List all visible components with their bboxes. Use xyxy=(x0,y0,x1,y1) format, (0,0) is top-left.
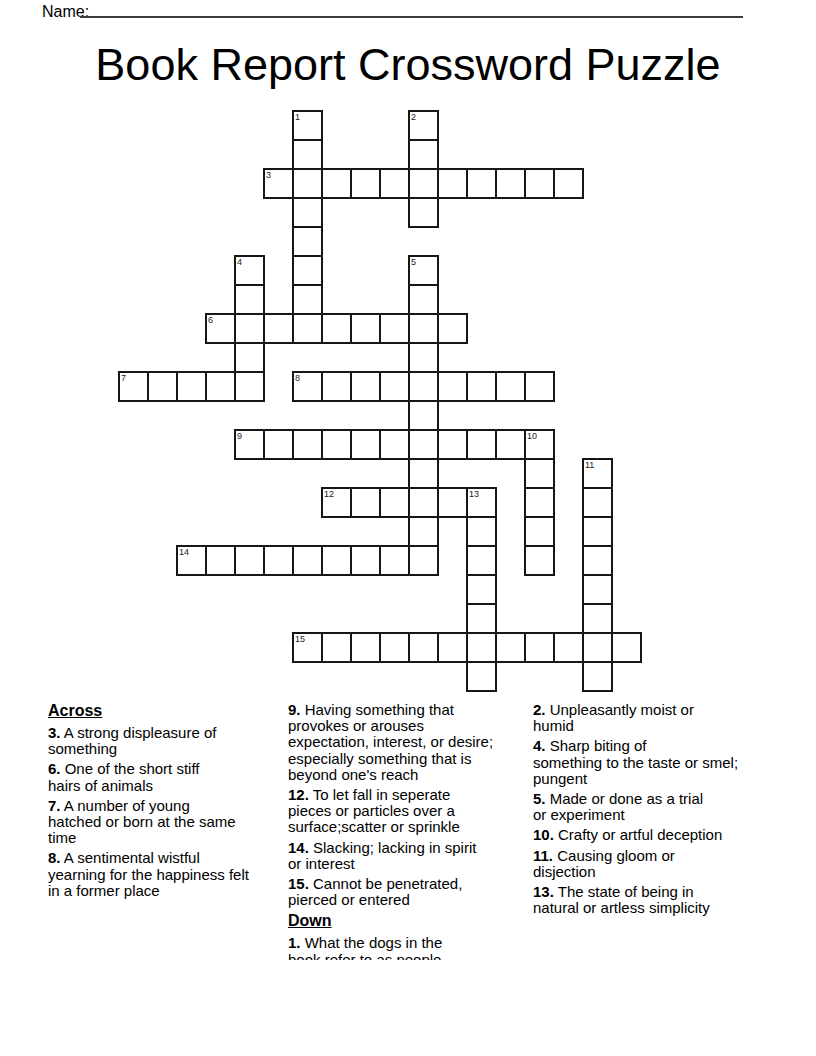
grid-cell-r19c16[interactable] xyxy=(582,661,613,692)
clue-down-11: 11. Causing gloom ordisjection xyxy=(533,848,793,880)
grid-cell-r18c13[interactable] xyxy=(495,632,526,663)
grid-cell-r12c14[interactable] xyxy=(524,458,555,489)
grid-cell-r9c2[interactable] xyxy=(176,371,207,402)
grid-cell-r11c6[interactable] xyxy=(292,429,323,460)
page-title: Book Report Crossword Puzzle xyxy=(0,40,816,90)
grid-cell-r3c10[interactable] xyxy=(408,197,439,228)
crossword-grid: 123456789101112131415 xyxy=(118,110,642,692)
clue-down-1: 1. What the dogs in thebook refer to as … xyxy=(288,935,531,960)
grid-cell-r18c14[interactable] xyxy=(524,632,555,663)
clue-across-9: 9. Having something thatprovokes or arou… xyxy=(288,702,531,783)
grid-cell-r7c9[interactable] xyxy=(379,313,410,344)
grid-cell-r18c11[interactable] xyxy=(437,632,468,663)
grid-clue-number-1: 1 xyxy=(295,112,300,122)
grid-cell-r13c9[interactable] xyxy=(379,487,410,518)
grid-cell-r6c6[interactable] xyxy=(292,284,323,315)
grid-clue-number-5: 5 xyxy=(411,257,416,267)
grid-cell-r18c7[interactable] xyxy=(321,632,352,663)
grid-cell-r16c16[interactable] xyxy=(582,574,613,605)
grid-cell-r18c6[interactable]: 15 xyxy=(292,632,323,663)
down-heading: Down xyxy=(288,912,531,930)
grid-cell-r15c10[interactable] xyxy=(408,545,439,576)
grid-cell-r18c15[interactable] xyxy=(553,632,584,663)
grid-cell-r18c10[interactable] xyxy=(408,632,439,663)
clue-across-14: 14. Slacking; lacking in spiritor intere… xyxy=(288,840,531,872)
grid-cell-r18c16[interactable] xyxy=(582,632,613,663)
clue-column-2: 9. Having something thatprovokes or arou… xyxy=(288,702,531,960)
grid-cell-r9c10[interactable] xyxy=(408,371,439,402)
clue-number-label: 6. xyxy=(48,760,61,777)
grid-cell-r0c6[interactable]: 1 xyxy=(292,110,323,141)
clue-down-5: 5. Made or done as a trialor experiment xyxy=(533,791,793,823)
grid-clue-number-9: 9 xyxy=(237,431,242,441)
grid-cell-r9c1[interactable] xyxy=(147,371,178,402)
grid-cell-r5c10[interactable]: 5 xyxy=(408,255,439,286)
grid-cell-r2c8[interactable] xyxy=(350,168,381,199)
grid-cell-r11c10[interactable] xyxy=(408,429,439,460)
grid-cell-r7c8[interactable] xyxy=(350,313,381,344)
grid-cell-r14c10[interactable] xyxy=(408,516,439,547)
grid-cell-r9c7[interactable] xyxy=(321,371,352,402)
grid-cell-r7c4[interactable] xyxy=(234,313,265,344)
grid-cell-r11c4[interactable]: 9 xyxy=(234,429,265,460)
grid-cell-r15c16[interactable] xyxy=(582,545,613,576)
grid-cell-r15c4[interactable] xyxy=(234,545,265,576)
grid-cell-r2c14[interactable] xyxy=(524,168,555,199)
grid-cell-r11c5[interactable] xyxy=(263,429,294,460)
grid-cell-r9c8[interactable] xyxy=(350,371,381,402)
grid-cell-r6c4[interactable] xyxy=(234,284,265,315)
grid-cell-r18c8[interactable] xyxy=(350,632,381,663)
grid-cell-r5c6[interactable] xyxy=(292,255,323,286)
clue-down-10: 10. Crafty or artful deception xyxy=(533,827,793,843)
clue-number-label: 9. xyxy=(288,701,301,718)
clue-column-1: Across3. A strong displeasure ofsomethin… xyxy=(48,702,286,903)
grid-cell-r11c11[interactable] xyxy=(437,429,468,460)
grid-clue-number-2: 2 xyxy=(411,112,416,122)
clue-number-label: 5. xyxy=(533,790,546,807)
clue-across-15: 15. Cannot be penetrated,pierced or ente… xyxy=(288,876,531,908)
grid-cell-r11c14[interactable]: 10 xyxy=(524,429,555,460)
grid-cell-r15c8[interactable] xyxy=(350,545,381,576)
grid-cell-r14c16[interactable] xyxy=(582,516,613,547)
grid-clue-number-15: 15 xyxy=(295,634,305,644)
grid-cell-r2c10[interactable] xyxy=(408,168,439,199)
clue-down-4: 4. Sharp biting ofsomething to the taste… xyxy=(533,738,793,787)
clue-number-label: 11. xyxy=(533,847,553,864)
grid-cell-r2c6[interactable] xyxy=(292,168,323,199)
grid-clue-number-6: 6 xyxy=(208,315,213,325)
clue-number-label: 1. xyxy=(288,934,301,951)
grid-cell-r19c12[interactable] xyxy=(466,661,497,692)
grid-clue-number-10: 10 xyxy=(527,431,537,441)
grid-cell-r15c7[interactable] xyxy=(321,545,352,576)
grid-cell-r11c9[interactable] xyxy=(379,429,410,460)
grid-clue-number-7: 7 xyxy=(121,373,126,383)
grid-cell-r2c13[interactable] xyxy=(495,168,526,199)
grid-clue-number-4: 4 xyxy=(237,257,242,267)
grid-cell-r2c9[interactable] xyxy=(379,168,410,199)
name-label: Name: xyxy=(42,2,89,21)
grid-cell-r11c13[interactable] xyxy=(495,429,526,460)
grid-cell-r13c14[interactable] xyxy=(524,487,555,518)
grid-cell-r13c11[interactable] xyxy=(437,487,468,518)
grid-cell-r15c3[interactable] xyxy=(205,545,236,576)
clue-number-label: 2. xyxy=(533,701,546,718)
grid-cell-r8c10[interactable] xyxy=(408,342,439,373)
clue-down-13: 13. The state of being innatural or artl… xyxy=(533,884,793,916)
clue-number-label: 3. xyxy=(48,724,61,741)
grid-cell-r0c10[interactable]: 2 xyxy=(408,110,439,141)
grid-cell-r4c6[interactable] xyxy=(292,226,323,257)
grid-cell-r2c15[interactable] xyxy=(553,168,584,199)
clue-column-3: 2. Unpleasantly moist orhumid4. Sharp bi… xyxy=(533,702,793,920)
grid-cell-r15c9[interactable] xyxy=(379,545,410,576)
clue-section: Across3. A strong displeasure ofsomethin… xyxy=(0,700,816,960)
grid-cell-r9c13[interactable] xyxy=(495,371,526,402)
grid-cell-r6c10[interactable] xyxy=(408,284,439,315)
name-blank-line xyxy=(80,16,743,18)
grid-cell-r15c2[interactable]: 14 xyxy=(176,545,207,576)
grid-cell-r13c7[interactable]: 12 xyxy=(321,487,352,518)
grid-cell-r14c14[interactable] xyxy=(524,516,555,547)
grid-cell-r18c12[interactable] xyxy=(466,632,497,663)
grid-cell-r17c16[interactable] xyxy=(582,603,613,634)
clue-number-label: 12. xyxy=(288,786,309,803)
grid-cell-r11c12[interactable] xyxy=(466,429,497,460)
grid-cell-r7c11[interactable] xyxy=(437,313,468,344)
grid-cell-r13c16[interactable] xyxy=(582,487,613,518)
clue-number-label: 4. xyxy=(533,737,546,754)
grid-cell-r18c17[interactable] xyxy=(611,632,642,663)
grid-cell-r1c10[interactable] xyxy=(408,139,439,170)
grid-cell-r14c12[interactable] xyxy=(466,516,497,547)
grid-cell-r11c8[interactable] xyxy=(350,429,381,460)
grid-cell-r5c4[interactable]: 4 xyxy=(234,255,265,286)
grid-clue-number-14: 14 xyxy=(179,547,189,557)
clue-number-label: 7. xyxy=(48,797,61,814)
across-heading: Across xyxy=(48,702,286,720)
grid-cell-r2c11[interactable] xyxy=(437,168,468,199)
grid-cell-r11c7[interactable] xyxy=(321,429,352,460)
grid-cell-r15c6[interactable] xyxy=(292,545,323,576)
grid-cell-r13c10[interactable] xyxy=(408,487,439,518)
clue-number-label: 10. xyxy=(533,826,554,843)
grid-cell-r10c10[interactable] xyxy=(408,400,439,431)
grid-clue-number-11: 11 xyxy=(585,460,594,470)
grid-cell-r17c12[interactable] xyxy=(466,603,497,634)
grid-cell-r1c6[interactable] xyxy=(292,139,323,170)
grid-cell-r2c12[interactable] xyxy=(466,168,497,199)
clue-across-6: 6. One of the short stiffhairs of animal… xyxy=(48,761,286,793)
grid-cell-r9c14[interactable] xyxy=(524,371,555,402)
grid-cell-r9c4[interactable] xyxy=(234,371,265,402)
grid-cell-r7c3[interactable]: 6 xyxy=(205,313,236,344)
clue-number-label: 8. xyxy=(48,849,61,866)
grid-clue-number-8: 8 xyxy=(295,373,300,383)
grid-clue-number-12: 12 xyxy=(324,489,334,499)
grid-cell-r7c5[interactable] xyxy=(263,313,294,344)
clue-down-2: 2. Unpleasantly moist orhumid xyxy=(533,702,793,734)
grid-clue-number-13: 13 xyxy=(469,489,479,499)
grid-cell-r9c0[interactable]: 7 xyxy=(118,371,149,402)
clue-number-label: 15. xyxy=(288,875,309,892)
grid-cell-r13c12[interactable]: 13 xyxy=(466,487,497,518)
grid-cell-r2c7[interactable] xyxy=(321,168,352,199)
grid-cell-r9c12[interactable] xyxy=(466,371,497,402)
clue-number-label: 14. xyxy=(288,839,309,856)
grid-cell-r7c7[interactable] xyxy=(321,313,352,344)
grid-cell-r12c16[interactable]: 11 xyxy=(582,458,613,489)
grid-cell-r16c12[interactable] xyxy=(466,574,497,605)
clue-number-label: 13. xyxy=(533,883,554,900)
clue-across-7: 7. A number of younghatched or born at t… xyxy=(48,798,286,847)
grid-clue-number-3: 3 xyxy=(266,170,271,180)
grid-cell-r9c11[interactable] xyxy=(437,371,468,402)
grid-cell-r2c5[interactable]: 3 xyxy=(263,168,294,199)
grid-cell-r3c6[interactable] xyxy=(292,197,323,228)
grid-cell-r7c6[interactable] xyxy=(292,313,323,344)
grid-cell-r9c9[interactable] xyxy=(379,371,410,402)
grid-cell-r15c14[interactable] xyxy=(524,545,555,576)
grid-cell-r7c10[interactable] xyxy=(408,313,439,344)
grid-cell-r8c4[interactable] xyxy=(234,342,265,373)
grid-cell-r13c8[interactable] xyxy=(350,487,381,518)
grid-cell-r9c3[interactable] xyxy=(205,371,236,402)
grid-cell-r15c12[interactable] xyxy=(466,545,497,576)
clue-across-3: 3. A strong displeasure ofsomething xyxy=(48,725,286,757)
clue-across-8: 8. A sentimental wistfulyearning for the… xyxy=(48,850,286,899)
grid-cell-r12c10[interactable] xyxy=(408,458,439,489)
grid-cell-r15c5[interactable] xyxy=(263,545,294,576)
grid-cell-r9c6[interactable]: 8 xyxy=(292,371,323,402)
clue-across-12: 12. To let fall in seperatepieces or par… xyxy=(288,787,531,836)
grid-cell-r18c9[interactable] xyxy=(379,632,410,663)
